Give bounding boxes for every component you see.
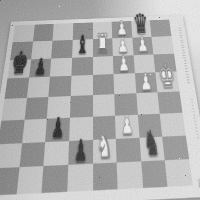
square-c2 bbox=[133, 54, 155, 73]
square-h2 bbox=[141, 161, 168, 189]
square-f2 bbox=[138, 113, 163, 137]
square-f3: ♟ bbox=[115, 114, 139, 138]
square-h4 bbox=[92, 163, 117, 191]
square-a2: ♛ bbox=[131, 20, 152, 37]
square-a3: ♟ bbox=[112, 21, 132, 38]
square-c5 bbox=[71, 56, 92, 76]
dust-specks-dark bbox=[0, 0, 1, 1]
square-d4 bbox=[93, 74, 115, 95]
square-a6 bbox=[53, 23, 74, 40]
square-b5: ♝ bbox=[72, 39, 93, 57]
square-f8 bbox=[0, 119, 24, 143]
black-pawn-g5: ♟ bbox=[73, 136, 87, 166]
square-d5 bbox=[71, 75, 93, 96]
square-b4: ♜ bbox=[93, 38, 113, 56]
square-g3 bbox=[116, 137, 141, 163]
chessboard-photograph: ♟♛♝♜♟♟♚♟♟♟♚♟♟♟♞♞ ♛ bbox=[0, 0, 200, 200]
square-f7 bbox=[22, 118, 47, 142]
board-border: ♟♛♝♜♟♟♚♟♟♟♚♟♟♟♞♞ ♛ bbox=[0, 15, 200, 200]
square-a4 bbox=[93, 22, 113, 39]
square-g7 bbox=[19, 142, 45, 168]
square-f6: ♟ bbox=[45, 117, 69, 141]
square-b8 bbox=[10, 41, 33, 60]
square-b1 bbox=[152, 36, 174, 54]
square-c3: ♟ bbox=[113, 55, 135, 74]
square-h5 bbox=[67, 164, 92, 192]
white-pawn-a3: ♟ bbox=[116, 19, 128, 39]
square-f1 bbox=[160, 112, 186, 136]
square-d3 bbox=[114, 73, 136, 94]
white-pawn-b3: ♟ bbox=[117, 35, 129, 56]
white-pawn-d2: ♟ bbox=[139, 70, 153, 94]
square-d8 bbox=[4, 78, 28, 99]
square-e7 bbox=[24, 97, 48, 119]
square-g2: ♞ bbox=[139, 136, 165, 162]
crown-stamp-icon: ♛ bbox=[194, 174, 200, 195]
white-pawn-b2: ♟ bbox=[136, 34, 149, 55]
white-pawn-c3: ♟ bbox=[117, 52, 130, 75]
square-c6 bbox=[50, 57, 72, 77]
square-c4 bbox=[93, 56, 114, 76]
black-pawn-f6: ♟ bbox=[51, 114, 65, 142]
square-b7 bbox=[31, 40, 53, 58]
square-e2 bbox=[136, 92, 160, 114]
square-h1 bbox=[165, 159, 193, 186]
square-e3 bbox=[114, 93, 137, 115]
square-c8: ♚ bbox=[7, 59, 30, 79]
square-e8 bbox=[1, 98, 26, 121]
square-g4: ♞ bbox=[92, 138, 116, 164]
square-a5 bbox=[73, 22, 93, 39]
square-a7 bbox=[33, 24, 54, 41]
square-b3: ♟ bbox=[112, 37, 133, 55]
square-d6 bbox=[49, 76, 72, 97]
chess-board: ♟♛♝♜♟♟♚♟♟♟♚♟♟♟♞♞ bbox=[0, 20, 193, 196]
square-e5 bbox=[70, 95, 93, 117]
square-c7: ♟ bbox=[29, 58, 52, 78]
square-f5 bbox=[69, 116, 92, 140]
square-g6 bbox=[44, 140, 69, 166]
square-e4 bbox=[92, 94, 115, 116]
square-d2: ♟ bbox=[135, 73, 158, 94]
square-h7 bbox=[16, 166, 43, 194]
square-d1: ♚ bbox=[156, 72, 180, 93]
white-pawn-f3: ♟ bbox=[120, 111, 134, 139]
square-b2: ♟ bbox=[132, 37, 154, 55]
square-f4 bbox=[92, 115, 115, 139]
square-g5: ♟ bbox=[68, 139, 92, 165]
square-e6 bbox=[47, 96, 71, 118]
black-pawn-c7: ♟ bbox=[33, 55, 47, 78]
square-e1 bbox=[158, 91, 183, 113]
square-h3 bbox=[117, 162, 143, 190]
board-perspective-wrapper: ♟♛♝♜♟♟♚♟♟♟♚♟♟♟♞♞ ♛ bbox=[0, 15, 200, 200]
square-h6 bbox=[42, 165, 68, 193]
square-a1 bbox=[150, 20, 171, 37]
square-c1 bbox=[154, 53, 177, 72]
square-a8 bbox=[13, 25, 35, 42]
square-d7 bbox=[27, 77, 50, 98]
square-g1 bbox=[163, 135, 190, 160]
square-b6 bbox=[51, 40, 72, 58]
